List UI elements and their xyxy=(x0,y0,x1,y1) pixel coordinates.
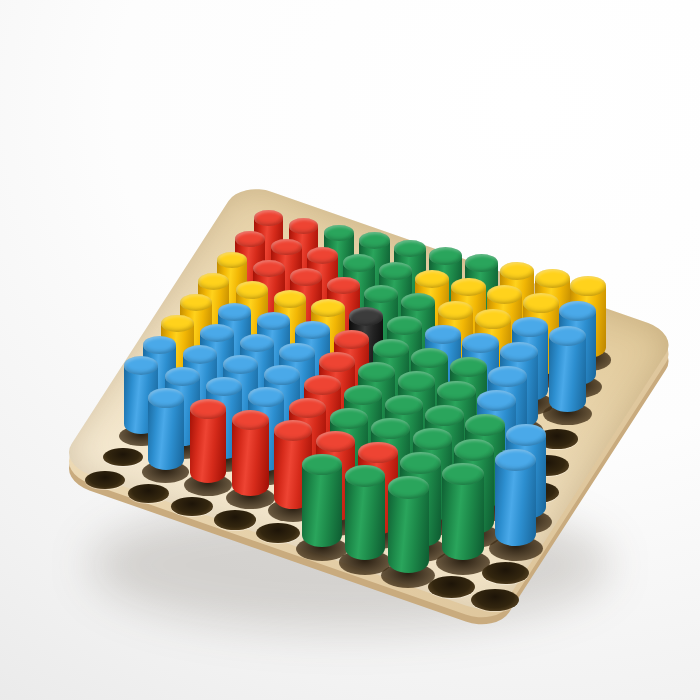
peg-top-face xyxy=(271,239,302,256)
peg-shaft xyxy=(148,398,184,470)
peg-top-face xyxy=(349,307,383,326)
peg-top-face xyxy=(500,342,538,362)
peg-top-face xyxy=(290,268,322,285)
peg-top-face xyxy=(307,247,338,264)
peg-top-face xyxy=(413,428,453,450)
peg-top-face xyxy=(334,330,369,349)
peg-top-face xyxy=(398,371,436,391)
peg-top-face xyxy=(462,333,499,353)
empty-peg-hole[interactable] xyxy=(128,484,169,503)
peg-top-face xyxy=(264,365,300,384)
empty-peg-hole[interactable] xyxy=(171,497,213,517)
peg-top-face xyxy=(253,260,284,277)
peg-top-face xyxy=(425,325,461,344)
peg-top-face xyxy=(289,398,327,418)
peg-top-face xyxy=(451,278,485,297)
peg-top-face xyxy=(570,276,606,295)
peg-top-face xyxy=(304,375,341,395)
peg-top-face xyxy=(438,301,473,320)
empty-peg-hole[interactable] xyxy=(471,589,519,611)
peg-shaft xyxy=(388,487,429,573)
peg-top-face xyxy=(143,336,177,354)
peg-top-face xyxy=(180,294,212,311)
peg-top-face xyxy=(327,277,360,295)
peg-top-face xyxy=(345,465,386,487)
peg-top-face xyxy=(379,262,412,280)
peg-top-face xyxy=(358,362,395,382)
peg-top-face xyxy=(289,218,319,234)
peg-top-face xyxy=(411,348,448,368)
peg-shaft xyxy=(302,465,342,547)
peg-shaft xyxy=(345,476,386,560)
peg-top-face xyxy=(523,293,559,312)
peg-top-face xyxy=(394,240,426,257)
peg-top-face xyxy=(425,405,464,426)
peg-top-face xyxy=(316,431,355,452)
peg-top-face xyxy=(373,339,409,358)
peg-top-face xyxy=(465,414,505,436)
peg-top-face xyxy=(500,262,534,281)
peg-top-face xyxy=(400,452,441,474)
peg-top-face xyxy=(535,269,570,288)
peg-shaft xyxy=(495,460,536,546)
empty-peg-hole[interactable] xyxy=(103,448,142,466)
peg-top-face xyxy=(442,463,483,485)
peg-shaft xyxy=(442,474,483,560)
peg-top-face xyxy=(388,476,429,498)
peg-top-face xyxy=(387,316,422,335)
peg-top-face xyxy=(257,312,291,330)
peg-top-face xyxy=(302,454,342,476)
peg-top-face xyxy=(274,290,307,308)
peg-top-face xyxy=(488,366,526,387)
peg-top-face xyxy=(190,399,227,419)
peg-shaft xyxy=(232,420,270,496)
peg-top-face xyxy=(429,247,462,265)
pegboard-photo xyxy=(0,0,700,700)
peg-top-face xyxy=(364,285,398,303)
peg-top-face xyxy=(319,352,355,371)
peg-top-face xyxy=(549,326,587,346)
empty-peg-hole[interactable] xyxy=(428,576,475,598)
peg-top-face xyxy=(559,301,596,321)
empty-peg-hole[interactable] xyxy=(482,562,529,584)
peg-top-face xyxy=(454,439,495,461)
empty-peg-hole[interactable] xyxy=(214,510,257,530)
peg-top-face xyxy=(415,270,449,288)
peg-top-face xyxy=(358,442,398,464)
peg-top-face xyxy=(343,254,375,271)
peg-shaft xyxy=(549,336,587,412)
peg-top-face xyxy=(183,345,217,364)
peg-top-face xyxy=(198,273,229,290)
peg-top-face xyxy=(437,381,475,402)
peg-top-face xyxy=(475,309,511,328)
peg-shaft xyxy=(190,409,227,483)
peg-top-face xyxy=(344,385,382,405)
peg-top-face xyxy=(232,410,270,430)
peg-top-face xyxy=(235,231,265,247)
peg-top-face xyxy=(254,210,283,226)
peg-top-face xyxy=(274,420,312,441)
peg-top-face xyxy=(236,281,268,298)
peg-top-face xyxy=(165,367,200,386)
peg-top-face xyxy=(148,388,184,407)
peg-top-face xyxy=(311,299,345,317)
peg-top-face xyxy=(279,343,314,362)
peg-top-face xyxy=(218,303,251,321)
peg-top-face xyxy=(330,408,368,429)
